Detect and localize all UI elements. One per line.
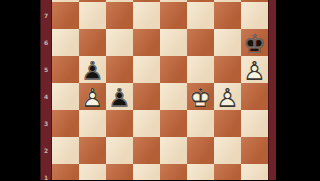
white-pawn-h5[interactable]: ♟♙ — [241, 56, 268, 83]
square-h3[interactable] — [241, 110, 268, 137]
square-e7[interactable] — [160, 2, 187, 29]
square-c7[interactable] — [106, 2, 133, 29]
black-pawn-outline: ♙ — [106, 83, 133, 110]
white-pawn-b4[interactable]: ♟♙ — [79, 83, 106, 110]
square-h2[interactable] — [241, 137, 268, 164]
square-b6[interactable] — [79, 29, 106, 56]
square-a5[interactable] — [52, 56, 79, 83]
square-c4[interactable]: ♟♙ — [106, 83, 133, 110]
square-a4[interactable] — [52, 83, 79, 110]
square-a7[interactable] — [52, 2, 79, 29]
rank-label-2: 2 — [40, 137, 52, 164]
square-f2[interactable] — [187, 137, 214, 164]
screenshot-root: 87654321 ♚♔♟♙♟♙♟♙♟♙♚♔♟♙ — [0, 0, 320, 180]
rank-label-3: 3 — [40, 110, 52, 137]
square-h5[interactable]: ♟♙ — [241, 56, 268, 83]
square-b2[interactable] — [79, 137, 106, 164]
square-h6[interactable]: ♚♔ — [241, 29, 268, 56]
square-c3[interactable] — [106, 110, 133, 137]
white-pawn-g4[interactable]: ♟♙ — [214, 83, 241, 110]
square-b3[interactable] — [79, 110, 106, 137]
square-f7[interactable] — [187, 2, 214, 29]
square-e5[interactable] — [160, 56, 187, 83]
square-g4[interactable]: ♟♙ — [214, 83, 241, 110]
square-f5[interactable] — [187, 56, 214, 83]
square-a3[interactable] — [52, 110, 79, 137]
square-e1[interactable] — [160, 164, 187, 181]
square-e4[interactable] — [160, 83, 187, 110]
white-pawn-outline: ♙ — [241, 56, 268, 83]
white-pawn-outline: ♙ — [79, 83, 106, 110]
black-pawn-c4[interactable]: ♟♙ — [106, 83, 133, 110]
square-g3[interactable] — [214, 110, 241, 137]
square-b7[interactable] — [79, 2, 106, 29]
square-b5[interactable]: ♟♙ — [79, 56, 106, 83]
black-king-outline: ♔ — [241, 29, 268, 56]
square-g7[interactable] — [214, 2, 241, 29]
black-pawn-outline: ♙ — [79, 56, 106, 83]
square-d4[interactable] — [133, 83, 160, 110]
square-b1[interactable] — [79, 164, 106, 181]
square-g6[interactable] — [214, 29, 241, 56]
square-h1[interactable] — [241, 164, 268, 181]
square-f1[interactable] — [187, 164, 214, 181]
square-a1[interactable] — [52, 164, 79, 181]
square-f6[interactable] — [187, 29, 214, 56]
square-f4[interactable]: ♚♔ — [187, 83, 214, 110]
square-g2[interactable] — [214, 137, 241, 164]
chess-board[interactable]: ♚♔♟♙♟♙♟♙♟♙♚♔♟♙ — [52, 0, 268, 180]
square-h7[interactable] — [241, 2, 268, 29]
white-king-outline: ♔ — [187, 83, 214, 110]
square-c5[interactable] — [106, 56, 133, 83]
square-a2[interactable] — [52, 137, 79, 164]
square-c6[interactable] — [106, 29, 133, 56]
square-b4[interactable]: ♟♙ — [79, 83, 106, 110]
square-d1[interactable] — [133, 164, 160, 181]
board-frame-right — [268, 0, 276, 180]
square-f3[interactable] — [187, 110, 214, 137]
square-c1[interactable] — [106, 164, 133, 181]
black-king-h6[interactable]: ♚♔ — [241, 29, 268, 56]
square-d7[interactable] — [133, 2, 160, 29]
square-c2[interactable] — [106, 137, 133, 164]
rank-label-7: 7 — [40, 2, 52, 29]
square-a6[interactable] — [52, 29, 79, 56]
white-king-f4[interactable]: ♚♔ — [187, 83, 214, 110]
square-g1[interactable] — [214, 164, 241, 181]
rank-label-5: 5 — [40, 56, 52, 83]
square-h4[interactable] — [241, 83, 268, 110]
board-frame-left: 87654321 — [40, 0, 52, 180]
white-pawn-outline: ♙ — [214, 83, 241, 110]
square-d6[interactable] — [133, 29, 160, 56]
square-d3[interactable] — [133, 110, 160, 137]
square-e6[interactable] — [160, 29, 187, 56]
rank-label-4: 4 — [40, 83, 52, 110]
rank-label-1: 1 — [40, 164, 52, 181]
rank-label-6: 6 — [40, 29, 52, 56]
square-d5[interactable] — [133, 56, 160, 83]
square-e2[interactable] — [160, 137, 187, 164]
square-e3[interactable] — [160, 110, 187, 137]
black-pawn-b5[interactable]: ♟♙ — [79, 56, 106, 83]
square-d2[interactable] — [133, 137, 160, 164]
square-g5[interactable] — [214, 56, 241, 83]
